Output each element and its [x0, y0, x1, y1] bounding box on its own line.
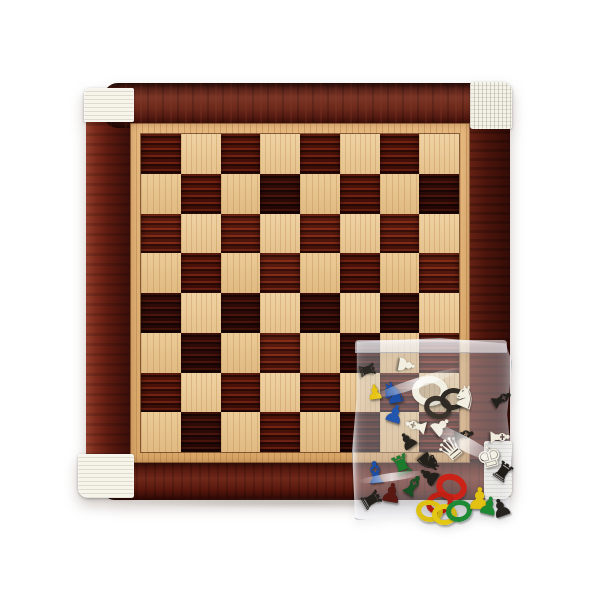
- square-h7: [419, 174, 459, 214]
- square-f4: [340, 293, 380, 333]
- square-b6: [181, 214, 221, 254]
- square-e8: [300, 134, 340, 174]
- square-b5: [181, 253, 221, 293]
- square-e6: [300, 214, 340, 254]
- square-d2: [260, 373, 300, 413]
- square-e4: [300, 293, 340, 333]
- square-a1: [141, 412, 181, 452]
- square-e1: [300, 412, 340, 452]
- bag-piece-white-bishop-right: ♝: [486, 425, 513, 449]
- square-b8: [181, 134, 221, 174]
- square-b1: [181, 412, 221, 452]
- square-d4: [260, 293, 300, 333]
- square-d8: [260, 134, 300, 174]
- square-c2: [221, 373, 261, 413]
- square-h5: [419, 253, 459, 293]
- square-e5: [300, 253, 340, 293]
- square-c6: [221, 214, 261, 254]
- square-b4: [181, 293, 221, 333]
- frame-left-plank: [86, 113, 132, 497]
- square-f7: [340, 174, 380, 214]
- square-c3: [221, 333, 261, 373]
- square-a6: [141, 214, 181, 254]
- square-c5: [221, 253, 261, 293]
- corner-protector-top-left: [84, 88, 134, 122]
- square-g6: [380, 214, 420, 254]
- square-a8: [141, 134, 181, 174]
- square-b2: [181, 373, 221, 413]
- square-a3: [141, 333, 181, 373]
- corner-protector-bottom-left: [78, 454, 134, 498]
- frame-top-molding: [102, 83, 494, 128]
- square-g4: [380, 293, 420, 333]
- square-c7: [221, 174, 261, 214]
- plastic-bag-of-pieces: ♜♟♞♟♟♞♝♝♟♟♛♞♝♚♜♝♜♝♟♟♜♟♟♟♝: [352, 338, 512, 520]
- square-g7: [380, 174, 420, 214]
- square-c1: [221, 412, 261, 452]
- square-c4: [221, 293, 261, 333]
- square-a2: [141, 373, 181, 413]
- square-d6: [260, 214, 300, 254]
- corner-protector-top-right: [470, 82, 512, 129]
- square-e2: [300, 373, 340, 413]
- bag-piece-black-bishop-right: ♝: [485, 382, 519, 415]
- square-h6: [419, 214, 459, 254]
- square-a7: [141, 174, 181, 214]
- square-d3: [260, 333, 300, 373]
- square-d1: [260, 412, 300, 452]
- square-h8: [419, 134, 459, 174]
- square-c8: [221, 134, 261, 174]
- square-e3: [300, 333, 340, 373]
- square-a5: [141, 253, 181, 293]
- square-d7: [260, 174, 300, 214]
- square-d5: [260, 253, 300, 293]
- bag-piece-black-rook-top-left: ♜: [355, 359, 379, 382]
- square-g5: [380, 253, 420, 293]
- square-f8: [340, 134, 380, 174]
- square-a4: [141, 293, 181, 333]
- square-f6: [340, 214, 380, 254]
- square-b7: [181, 174, 221, 214]
- square-f5: [340, 253, 380, 293]
- square-h4: [419, 293, 459, 333]
- square-g8: [380, 134, 420, 174]
- product-photo-stage: ♜♟♞♟♟♞♝♝♟♟♛♞♝♚♜♝♜♝♟♟♜♟♟♟♝: [0, 0, 600, 600]
- square-e7: [300, 174, 340, 214]
- bag-piece-white-knight: ♞: [447, 378, 483, 416]
- square-b3: [181, 333, 221, 373]
